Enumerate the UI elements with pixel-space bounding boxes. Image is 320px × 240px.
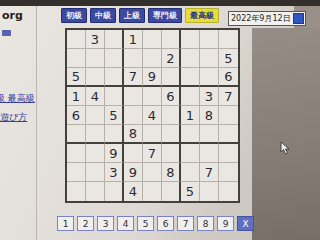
sudoku-cell-r6c7[interactable] [181,125,200,144]
sudoku-cell-r8c2[interactable] [86,163,105,182]
sudoku-cell-r4c2[interactable]: 4 [86,87,105,106]
sudoku-cell-r2c5[interactable] [143,49,162,68]
sudoku-cell-r8c8[interactable]: 7 [200,163,219,182]
screen: org 級 最高級 遊び方 初級中級上級専門級最高級 2022年9月12日 31… [0,0,320,240]
number-pad-button-x[interactable]: X [237,216,254,231]
sudoku-cell-r2c1[interactable] [67,49,86,68]
sudoku-cell-r3c3[interactable] [105,68,124,87]
sudoku-cell-r7c6[interactable] [162,144,181,163]
sudoku-cell-r8c1[interactable] [67,163,86,182]
top-dark-band [0,0,320,6]
sudoku-cell-r2c6[interactable]: 2 [162,49,181,68]
sidebar-small-link[interactable] [2,30,11,36]
sudoku-cell-r2c3[interactable] [105,49,124,68]
sudoku-cell-r9c9[interactable] [219,182,238,201]
number-pad-button-9[interactable]: 9 [217,216,234,231]
sudoku-cell-r7c5[interactable]: 7 [143,144,162,163]
number-pad-button-1[interactable]: 1 [57,216,74,231]
sudoku-cell-r1c6[interactable] [162,30,181,49]
sudoku-cell-r7c2[interactable] [86,144,105,163]
sudoku-cell-r5c5[interactable]: 4 [143,106,162,125]
sudoku-cell-r6c2[interactable] [86,125,105,144]
number-pad-button-4[interactable]: 4 [117,216,134,231]
sudoku-cell-r4c1[interactable]: 1 [67,87,86,106]
sudoku-cell-r9c1[interactable] [67,182,86,201]
date-label: 2022年9月12日 [231,13,291,24]
sudoku-cell-r7c7[interactable] [181,144,200,163]
sudoku-cell-r5c9[interactable] [219,106,238,125]
sidebar-link-how-to-play[interactable]: 遊び方 [0,111,27,124]
sudoku-cell-r3c4[interactable]: 7 [124,68,143,87]
sudoku-cell-r2c4[interactable] [124,49,143,68]
mouse-cursor-icon [280,141,290,155]
number-pad-button-2[interactable]: 2 [77,216,94,231]
sudoku-cell-r4c7[interactable] [181,87,200,106]
sudoku-cell-r8c9[interactable] [219,163,238,182]
sudoku-cell-r2c9[interactable]: 5 [219,49,238,68]
sudoku-cell-r3c2[interactable] [86,68,105,87]
sudoku-cell-r7c3[interactable]: 9 [105,144,124,163]
sudoku-cell-r5c4[interactable] [124,106,143,125]
sudoku-cell-r8c4[interactable]: 9 [124,163,143,182]
sudoku-cell-r1c1[interactable] [67,30,86,49]
sudoku-cell-r6c8[interactable] [200,125,219,144]
sudoku-cell-r9c4[interactable]: 4 [124,182,143,201]
sudoku-cell-r3c1[interactable]: 5 [67,68,86,87]
sudoku-cell-r2c2[interactable] [86,49,105,68]
difficulty-tab[interactable]: 専門級 [148,8,182,23]
sudoku-cell-r8c7[interactable] [181,163,200,182]
sudoku-cell-r1c8[interactable] [200,30,219,49]
sudoku-cell-r9c7[interactable]: 5 [181,182,200,201]
sudoku-cell-r7c9[interactable] [219,144,238,163]
sudoku-cell-r3c8[interactable] [200,68,219,87]
sudoku-cell-r2c8[interactable] [200,49,219,68]
sudoku-cell-r4c5[interactable] [143,87,162,106]
sudoku-grid: 312557961463765418897398745 [65,28,240,203]
difficulty-tab[interactable]: 初級 [61,8,87,23]
sudoku-cell-r9c5[interactable] [143,182,162,201]
sudoku-cell-r4c4[interactable] [124,87,143,106]
sudoku-cell-r7c1[interactable] [67,144,86,163]
right-empty-area [252,28,320,240]
number-pad-button-8[interactable]: 8 [197,216,214,231]
sudoku-cell-r4c8[interactable]: 3 [200,87,219,106]
sudoku-cell-r8c3[interactable]: 3 [105,163,124,182]
sudoku-cell-r3c9[interactable]: 6 [219,68,238,87]
sudoku-cell-r4c3[interactable] [105,87,124,106]
sudoku-cell-r5c8[interactable]: 8 [200,106,219,125]
sudoku-cell-r1c4[interactable]: 1 [124,30,143,49]
sudoku-cell-r9c3[interactable] [105,182,124,201]
number-pad-button-3[interactable]: 3 [97,216,114,231]
sudoku-cell-r8c6[interactable]: 8 [162,163,181,182]
sudoku-cell-r1c3[interactable] [105,30,124,49]
sudoku-cell-r4c9[interactable]: 7 [219,87,238,106]
sudoku-cell-r4c6[interactable]: 6 [162,87,181,106]
difficulty-tab[interactable]: 中級 [90,8,116,23]
sudoku-cell-r6c4[interactable]: 8 [124,125,143,144]
date-go-button[interactable] [293,13,304,24]
date-box: 2022年9月12日 [228,11,306,26]
sudoku-cell-r6c3[interactable] [105,125,124,144]
sudoku-cell-r8c5[interactable] [143,163,162,182]
number-pad: 123456789X [57,216,254,231]
sudoku-cell-r9c2[interactable] [86,182,105,201]
number-pad-button-7[interactable]: 7 [177,216,194,231]
sudoku-cell-r1c2[interactable]: 3 [86,30,105,49]
sudoku-cell-r6c1[interactable] [67,125,86,144]
sudoku-cell-r7c4[interactable] [124,144,143,163]
sudoku-cell-r9c6[interactable] [162,182,181,201]
sidebar-divider [36,6,37,240]
sudoku-cell-r1c5[interactable] [143,30,162,49]
sudoku-cell-r5c2[interactable] [86,106,105,125]
site-logo: org [2,9,23,22]
difficulty-tab[interactable]: 上級 [119,8,145,23]
sudoku-cell-r9c8[interactable] [200,182,219,201]
sidebar-link-highest-level[interactable]: 級 最高級 [0,92,35,105]
sudoku-cell-r5c3[interactable]: 5 [105,106,124,125]
number-pad-button-5[interactable]: 5 [137,216,154,231]
sudoku-cell-r3c7[interactable] [181,68,200,87]
sudoku-cell-r6c9[interactable] [219,125,238,144]
sudoku-cell-r1c7[interactable] [181,30,200,49]
sudoku-cell-r7c8[interactable] [200,144,219,163]
sudoku-cell-r5c1[interactable]: 6 [67,106,86,125]
sudoku-cell-r6c6[interactable] [162,125,181,144]
sudoku-cell-r3c6[interactable] [162,68,181,87]
sudoku-cell-r1c9[interactable] [219,30,238,49]
sudoku-cell-r5c7[interactable]: 1 [181,106,200,125]
difficulty-tabs: 初級中級上級専門級最高級 [61,8,219,23]
sudoku-cell-r3c5[interactable]: 9 [143,68,162,87]
number-pad-button-6[interactable]: 6 [157,216,174,231]
sudoku-cell-r5c6[interactable] [162,106,181,125]
sudoku-cell-r2c7[interactable] [181,49,200,68]
sudoku-cell-r6c5[interactable] [143,125,162,144]
difficulty-tab[interactable]: 最高級 [185,8,219,23]
